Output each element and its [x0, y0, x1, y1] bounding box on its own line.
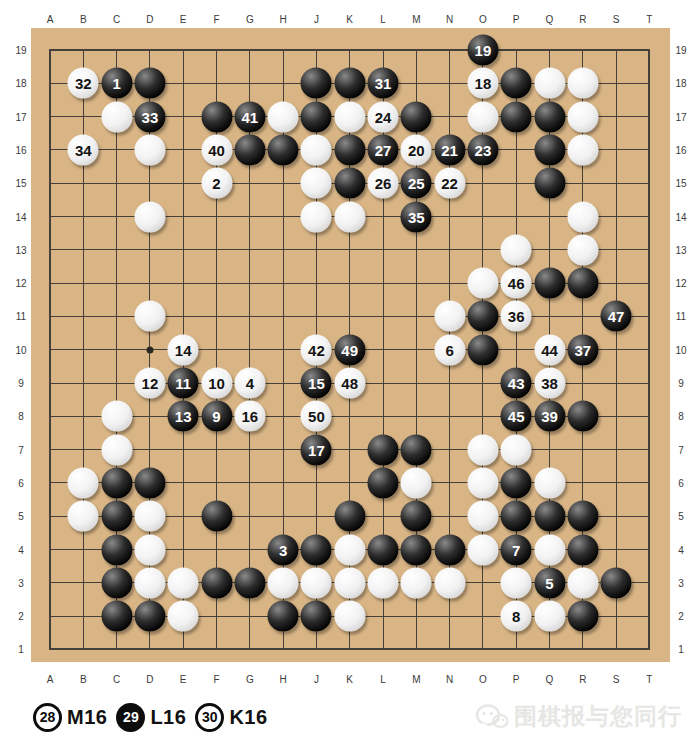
right-coord: 4 — [678, 544, 684, 555]
stone-white-M3 — [401, 567, 432, 598]
left-coord: 7 — [18, 444, 24, 455]
stone-white-D14 — [134, 201, 165, 232]
bottom-coord: L — [380, 674, 386, 685]
stone-black-O16: 23 — [467, 134, 498, 165]
left-coord: 3 — [18, 577, 24, 588]
bottom-coord: A — [47, 674, 54, 685]
top-coord: E — [180, 14, 187, 25]
left-coord: 9 — [18, 378, 24, 389]
stone-black-D18 — [134, 68, 165, 99]
stone-black-J18 — [301, 68, 332, 99]
stone-white-O18: 18 — [467, 68, 498, 99]
stone-white-R17 — [567, 101, 598, 132]
bottom-coord: P — [513, 674, 520, 685]
stone-white-B5 — [68, 501, 99, 532]
left-coord: 1 — [18, 644, 24, 655]
right-coord: 9 — [678, 378, 684, 389]
bottom-coord: K — [346, 674, 353, 685]
move-annotations: 28 M16 29 L16 30 K16 — [33, 699, 277, 735]
left-coord: 16 — [15, 144, 26, 155]
stone-black-M14: 35 — [401, 201, 432, 232]
move-30-stone: 30 — [195, 703, 224, 732]
left-coord: 4 — [18, 544, 24, 555]
top-coord: L — [380, 14, 386, 25]
stone-white-K4 — [334, 534, 365, 565]
star-point — [146, 346, 153, 353]
right-coord: 19 — [675, 45, 686, 56]
stone-white-Q9: 38 — [534, 368, 565, 399]
top-coord: A — [47, 14, 54, 25]
stone-white-E2 — [168, 601, 199, 632]
stone-black-P8: 45 — [501, 401, 532, 432]
move-annotation: 30 K16 — [195, 703, 267, 732]
right-coord: 17 — [675, 111, 686, 122]
stone-white-E10: 14 — [168, 334, 199, 365]
stone-black-J7: 17 — [301, 434, 332, 465]
stone-black-M4 — [401, 534, 432, 565]
grid-line-v — [648, 49, 650, 650]
stone-white-M16: 20 — [401, 134, 432, 165]
bottom-coord: E — [180, 674, 187, 685]
bottom-coord: D — [146, 674, 153, 685]
stone-black-G17: 41 — [234, 101, 265, 132]
right-coord: 2 — [678, 611, 684, 622]
stone-white-C17 — [101, 101, 132, 132]
left-coord: 12 — [15, 278, 26, 289]
stone-white-R18 — [567, 68, 598, 99]
stone-black-P18 — [501, 68, 532, 99]
stone-white-Q2 — [534, 601, 565, 632]
right-coord: 11 — [676, 311, 686, 322]
stone-black-S3 — [601, 567, 632, 598]
bottom-coord: H — [279, 674, 286, 685]
bottom-coord: T — [646, 674, 652, 685]
stone-white-L17: 24 — [368, 101, 399, 132]
stone-white-O6 — [467, 467, 498, 498]
top-coord: H — [279, 14, 286, 25]
publisher-watermark: 围棋报与您同行 — [475, 701, 682, 732]
stone-black-K18 — [334, 68, 365, 99]
stone-black-K10: 49 — [334, 334, 365, 365]
stone-white-C7 — [101, 434, 132, 465]
stone-white-P11: 36 — [501, 301, 532, 332]
left-coord: 14 — [15, 211, 26, 222]
left-coord: 6 — [18, 477, 24, 488]
stone-black-O11 — [467, 301, 498, 332]
stone-black-K15 — [334, 168, 365, 199]
stone-white-D5 — [134, 501, 165, 532]
stone-white-M6 — [401, 467, 432, 498]
stone-black-H4: 3 — [268, 534, 299, 565]
stone-white-J8: 50 — [301, 401, 332, 432]
stone-white-O5 — [467, 501, 498, 532]
stone-black-R5 — [567, 501, 598, 532]
stone-black-Q5 — [534, 501, 565, 532]
left-coord: 5 — [18, 511, 24, 522]
top-coord: R — [579, 14, 586, 25]
stone-black-P4: 7 — [501, 534, 532, 565]
stone-black-D17: 33 — [134, 101, 165, 132]
stone-white-K3 — [334, 567, 365, 598]
stone-black-C2 — [101, 601, 132, 632]
move-annotation: 28 M16 — [33, 703, 107, 732]
stone-black-D2 — [134, 601, 165, 632]
top-coord: Q — [546, 14, 554, 25]
stone-black-C5 — [101, 501, 132, 532]
top-coord: P — [513, 14, 520, 25]
move-29-stone: 29 — [116, 703, 145, 732]
left-coord: 19 — [15, 45, 26, 56]
stone-black-N16: 21 — [434, 134, 465, 165]
bottom-coord: Q — [546, 674, 554, 685]
kifu-diagram: AABBCCDDEEFFGGHHJJKKLLMMNNOOPPQQRRSSTT19… — [0, 0, 700, 749]
stone-white-D11 — [134, 301, 165, 332]
stone-white-O17 — [467, 101, 498, 132]
stone-white-K2 — [334, 601, 365, 632]
right-coord: 1 — [678, 644, 684, 655]
left-coord: 17 — [15, 111, 26, 122]
stone-black-R12 — [567, 268, 598, 299]
stone-white-Q4 — [534, 534, 565, 565]
right-coord: 3 — [678, 577, 684, 588]
publisher-name: 围棋报与您同行 — [514, 701, 682, 732]
stone-black-Q17 — [534, 101, 565, 132]
stone-black-K5 — [334, 501, 365, 532]
move-28-point: M16 — [67, 706, 107, 729]
stone-black-P9: 43 — [501, 368, 532, 399]
stone-black-K16 — [334, 134, 365, 165]
bottom-coord: B — [80, 674, 87, 685]
stone-black-Q8: 39 — [534, 401, 565, 432]
top-coord: C — [113, 14, 120, 25]
top-coord: F — [213, 14, 219, 25]
right-coord: 10 — [675, 344, 686, 355]
stone-white-B16: 34 — [68, 134, 99, 165]
stone-black-R2 — [567, 601, 598, 632]
wechat-icon — [475, 703, 514, 731]
stone-white-P12: 46 — [501, 268, 532, 299]
stone-black-R4 — [567, 534, 598, 565]
stone-white-O12 — [467, 268, 498, 299]
stone-white-Q6 — [534, 467, 565, 498]
stone-white-G9: 4 — [234, 368, 265, 399]
top-coord: G — [246, 14, 254, 25]
stone-white-D3 — [134, 567, 165, 598]
right-coord: 6 — [678, 477, 684, 488]
top-coord: D — [146, 14, 153, 25]
stone-white-R13 — [567, 234, 598, 265]
stone-black-R10: 37 — [567, 334, 598, 365]
stone-white-H17 — [268, 101, 299, 132]
right-coord: 15 — [675, 178, 686, 189]
stone-white-O7 — [467, 434, 498, 465]
top-coord: N — [446, 14, 453, 25]
stone-white-K14 — [334, 201, 365, 232]
stone-white-P7 — [501, 434, 532, 465]
stone-white-J10: 42 — [301, 334, 332, 365]
move-annotation: 29 L16 — [116, 703, 186, 732]
top-coord: M — [412, 14, 420, 25]
right-coord: 7 — [678, 444, 684, 455]
stone-white-J14 — [301, 201, 332, 232]
stone-white-H3 — [268, 567, 299, 598]
grid-line-h — [50, 449, 650, 450]
stone-white-K17 — [334, 101, 365, 132]
stone-black-L7 — [368, 434, 399, 465]
stone-black-R8 — [567, 401, 598, 432]
stone-black-G16 — [234, 134, 265, 165]
stone-white-P3 — [501, 567, 532, 598]
stone-black-C4 — [101, 534, 132, 565]
bottom-coord: C — [113, 674, 120, 685]
stone-black-P6 — [501, 467, 532, 498]
stone-black-G3 — [234, 567, 265, 598]
right-coord: 18 — [675, 78, 686, 89]
stone-white-D16 — [134, 134, 165, 165]
stone-black-M17 — [401, 101, 432, 132]
stone-black-L18: 31 — [368, 68, 399, 99]
stone-white-B18: 32 — [68, 68, 99, 99]
stone-white-J3 — [301, 567, 332, 598]
stone-black-M15: 25 — [401, 168, 432, 199]
stone-black-O19: 19 — [467, 35, 498, 66]
stone-white-P2: 8 — [501, 601, 532, 632]
right-coord: 16 — [675, 144, 686, 155]
move-28-stone: 28 — [33, 703, 62, 732]
bottom-coord: G — [246, 674, 254, 685]
stone-white-N15: 22 — [434, 168, 465, 199]
stone-black-F17 — [201, 101, 232, 132]
top-coord: S — [613, 14, 620, 25]
top-coord: J — [314, 14, 319, 25]
right-coord: 8 — [678, 411, 684, 422]
left-coord: 18 — [15, 78, 26, 89]
stone-white-Q10: 44 — [534, 334, 565, 365]
stone-black-J17 — [301, 101, 332, 132]
stone-black-M7 — [401, 434, 432, 465]
top-coord: T — [646, 14, 652, 25]
bottom-coord: N — [446, 674, 453, 685]
stone-white-F15: 2 — [201, 168, 232, 199]
right-coord: 12 — [675, 278, 686, 289]
right-coord: 14 — [675, 211, 686, 222]
stone-black-P17 — [501, 101, 532, 132]
stone-white-Q18 — [534, 68, 565, 99]
stone-white-B6 — [68, 467, 99, 498]
stone-black-C18: 1 — [101, 68, 132, 99]
stone-white-N3 — [434, 567, 465, 598]
stone-white-L3 — [368, 567, 399, 598]
stone-black-P5 — [501, 501, 532, 532]
stone-white-P13 — [501, 234, 532, 265]
left-coord: 2 — [18, 611, 24, 622]
bottom-coord: S — [613, 674, 620, 685]
grid-line-h — [49, 648, 650, 650]
stone-black-J4 — [301, 534, 332, 565]
stone-white-D4 — [134, 534, 165, 565]
bottom-coord: F — [213, 674, 219, 685]
stone-black-Q15 — [534, 168, 565, 199]
stone-black-E8: 13 — [168, 401, 199, 432]
left-coord: 13 — [15, 244, 26, 255]
stone-black-F5 — [201, 501, 232, 532]
stone-black-O10 — [467, 334, 498, 365]
stone-black-H2 — [268, 601, 299, 632]
stone-white-K9: 48 — [334, 368, 365, 399]
stone-white-G8: 16 — [234, 401, 265, 432]
stone-white-R3 — [567, 567, 598, 598]
stone-black-L6 — [368, 467, 399, 498]
stone-black-F8: 9 — [201, 401, 232, 432]
bottom-coord: R — [579, 674, 586, 685]
bottom-coord: M — [412, 674, 420, 685]
top-coord: K — [346, 14, 353, 25]
stone-black-S11: 47 — [601, 301, 632, 332]
stone-white-J15 — [301, 168, 332, 199]
top-coord: B — [80, 14, 87, 25]
stone-black-J9: 15 — [301, 368, 332, 399]
grid-line-v — [616, 50, 617, 650]
stone-white-N11 — [434, 301, 465, 332]
stone-black-Q12 — [534, 268, 565, 299]
move-29-point: L16 — [150, 706, 186, 729]
left-coord: 11 — [16, 311, 26, 322]
stone-black-H16 — [268, 134, 299, 165]
stone-white-N10: 6 — [434, 334, 465, 365]
stone-black-N4 — [434, 534, 465, 565]
stone-black-Q16 — [534, 134, 565, 165]
stone-black-E9: 11 — [168, 368, 199, 399]
stone-white-R16 — [567, 134, 598, 165]
stone-white-L15: 26 — [368, 168, 399, 199]
stone-black-L16: 27 — [368, 134, 399, 165]
stone-white-C8 — [101, 401, 132, 432]
right-coord: 13 — [675, 244, 686, 255]
bottom-coord: O — [479, 674, 487, 685]
move-30-point: K16 — [229, 706, 267, 729]
stone-black-C3 — [101, 567, 132, 598]
right-coord: 5 — [678, 511, 684, 522]
stone-white-F16: 40 — [201, 134, 232, 165]
top-coord: O — [479, 14, 487, 25]
stone-white-E3 — [168, 567, 199, 598]
stone-black-Q3: 5 — [534, 567, 565, 598]
stone-black-L4 — [368, 534, 399, 565]
left-coord: 15 — [15, 178, 26, 189]
stone-black-F3 — [201, 567, 232, 598]
stone-black-D6 — [134, 467, 165, 498]
stone-black-J2 — [301, 601, 332, 632]
stone-black-M5 — [401, 501, 432, 532]
stone-white-O4 — [467, 534, 498, 565]
stone-white-R14 — [567, 201, 598, 232]
left-coord: 10 — [15, 344, 26, 355]
stone-white-J16 — [301, 134, 332, 165]
left-coord: 8 — [18, 411, 24, 422]
bottom-coord: J — [314, 674, 319, 685]
stone-black-C6 — [101, 467, 132, 498]
stone-white-D9: 12 — [134, 368, 165, 399]
stone-white-F9: 10 — [201, 368, 232, 399]
